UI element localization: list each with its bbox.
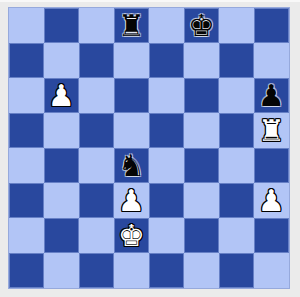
square-c8[interactable] [79, 8, 114, 43]
square-h2[interactable] [254, 218, 289, 253]
chess-board: ♜♚♟♟♜♞♟♟♚ [8, 7, 290, 289]
piece-white-pawn[interactable]: ♟ [258, 186, 285, 216]
square-f5[interactable] [184, 113, 219, 148]
square-g7[interactable] [219, 43, 254, 78]
square-b2[interactable] [44, 218, 79, 253]
square-b6[interactable]: ♟ [44, 78, 79, 113]
square-a4[interactable] [9, 148, 44, 183]
square-a7[interactable] [9, 43, 44, 78]
square-f3[interactable] [184, 183, 219, 218]
piece-white-king[interactable]: ♚ [118, 221, 145, 251]
square-d3[interactable]: ♟ [114, 183, 149, 218]
square-b4[interactable] [44, 148, 79, 183]
square-e3[interactable] [149, 183, 184, 218]
square-b8[interactable] [44, 8, 79, 43]
square-f2[interactable] [184, 218, 219, 253]
square-c4[interactable] [79, 148, 114, 183]
piece-black-pawn[interactable]: ♟ [258, 81, 285, 111]
square-g8[interactable] [219, 8, 254, 43]
square-d4[interactable]: ♞ [114, 148, 149, 183]
square-e8[interactable] [149, 8, 184, 43]
square-e6[interactable] [149, 78, 184, 113]
square-h6[interactable]: ♟ [254, 78, 289, 113]
piece-black-king[interactable]: ♚ [188, 11, 215, 41]
square-c3[interactable] [79, 183, 114, 218]
square-f7[interactable] [184, 43, 219, 78]
square-f4[interactable] [184, 148, 219, 183]
square-g4[interactable] [219, 148, 254, 183]
square-g5[interactable] [219, 113, 254, 148]
piece-white-pawn[interactable]: ♟ [118, 186, 145, 216]
square-c6[interactable] [79, 78, 114, 113]
square-d6[interactable] [114, 78, 149, 113]
square-c2[interactable] [79, 218, 114, 253]
square-a6[interactable] [9, 78, 44, 113]
square-g3[interactable] [219, 183, 254, 218]
square-b1[interactable] [44, 253, 79, 288]
piece-black-knight[interactable]: ♞ [118, 151, 145, 181]
square-g6[interactable] [219, 78, 254, 113]
square-d1[interactable] [114, 253, 149, 288]
square-b3[interactable] [44, 183, 79, 218]
square-f1[interactable] [184, 253, 219, 288]
square-g1[interactable] [219, 253, 254, 288]
square-g2[interactable] [219, 218, 254, 253]
square-d8[interactable]: ♜ [114, 8, 149, 43]
square-d7[interactable] [114, 43, 149, 78]
square-a3[interactable] [9, 183, 44, 218]
square-e4[interactable] [149, 148, 184, 183]
square-c7[interactable] [79, 43, 114, 78]
piece-black-rook[interactable]: ♜ [118, 11, 145, 41]
square-h7[interactable] [254, 43, 289, 78]
chess-app-window: ♜♚♟♟♜♞♟♟♚ [0, 0, 300, 297]
square-e1[interactable] [149, 253, 184, 288]
square-f8[interactable]: ♚ [184, 8, 219, 43]
window-edge-highlight [0, 0, 300, 2]
square-a8[interactable] [9, 8, 44, 43]
square-e5[interactable] [149, 113, 184, 148]
square-h3[interactable]: ♟ [254, 183, 289, 218]
square-h5[interactable]: ♜ [254, 113, 289, 148]
square-h4[interactable] [254, 148, 289, 183]
piece-white-rook[interactable]: ♜ [258, 116, 285, 146]
square-d2[interactable]: ♚ [114, 218, 149, 253]
square-a1[interactable] [9, 253, 44, 288]
square-h8[interactable] [254, 8, 289, 43]
square-h1[interactable] [254, 253, 289, 288]
square-e2[interactable] [149, 218, 184, 253]
square-a5[interactable] [9, 113, 44, 148]
square-c5[interactable] [79, 113, 114, 148]
square-b7[interactable] [44, 43, 79, 78]
square-d5[interactable] [114, 113, 149, 148]
square-c1[interactable] [79, 253, 114, 288]
piece-white-pawn[interactable]: ♟ [48, 81, 75, 111]
square-b5[interactable] [44, 113, 79, 148]
square-e7[interactable] [149, 43, 184, 78]
square-a2[interactable] [9, 218, 44, 253]
square-f6[interactable] [184, 78, 219, 113]
